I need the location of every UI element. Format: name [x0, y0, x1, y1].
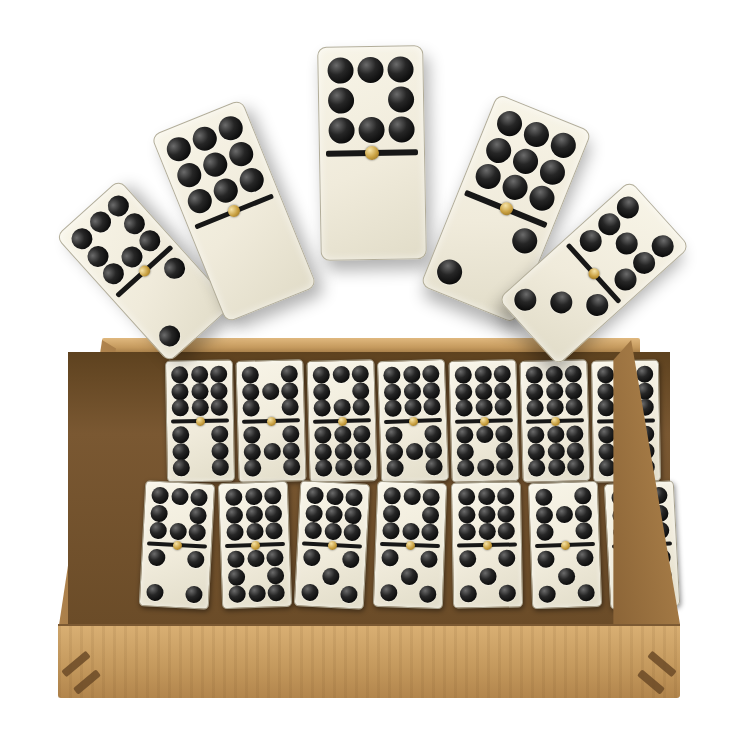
pip [313, 383, 330, 400]
box-front-face [58, 624, 680, 698]
pip [419, 585, 437, 603]
back-row-domino-9-7[interactable] [377, 359, 449, 483]
pip [546, 287, 577, 318]
pip [215, 113, 246, 144]
pip [459, 550, 476, 567]
upper-half-9 [378, 360, 446, 422]
pip [244, 443, 261, 460]
pip [332, 365, 349, 382]
pip [475, 399, 492, 416]
pip [282, 425, 299, 442]
pip [598, 426, 615, 443]
pip [191, 382, 208, 399]
pip [383, 487, 401, 505]
pip [424, 425, 442, 443]
pip [498, 522, 515, 539]
pip [422, 365, 440, 383]
pip [185, 585, 203, 603]
brass-spinner [408, 416, 417, 425]
pip [321, 567, 339, 585]
front-row-domino-7-5[interactable] [527, 481, 601, 609]
pip [457, 460, 474, 477]
pip [386, 443, 404, 461]
domino-8-0[interactable] [317, 45, 427, 261]
pip [210, 382, 227, 399]
pip [567, 459, 584, 476]
pip [566, 425, 583, 442]
pip [191, 399, 208, 416]
upper-half-8 [318, 46, 424, 154]
pip [149, 521, 167, 539]
pip [422, 382, 440, 400]
pip [538, 585, 556, 603]
brass-spinner [250, 540, 259, 549]
front-row-domino-9-5[interactable] [451, 481, 523, 608]
pip [478, 523, 495, 540]
pip [420, 551, 438, 569]
pip [536, 155, 569, 188]
pip [575, 522, 593, 540]
pip [498, 505, 515, 522]
pip [546, 399, 563, 416]
back-row-domino-9-8[interactable] [448, 359, 519, 483]
lower-half-5 [453, 544, 522, 607]
pip [400, 567, 418, 585]
upper-half-8 [376, 482, 446, 546]
pip [387, 57, 413, 83]
pip [266, 567, 284, 585]
pip [247, 585, 265, 603]
pip [498, 550, 515, 567]
pip [210, 399, 227, 416]
pip [547, 442, 564, 459]
upper-half-9 [449, 360, 517, 422]
pip [388, 86, 414, 112]
pip [547, 128, 580, 161]
pip [425, 458, 443, 476]
pip [528, 443, 545, 460]
pip [527, 426, 544, 443]
dominoes-scene [0, 0, 736, 735]
pip [353, 442, 370, 459]
pip [499, 584, 516, 601]
pip [520, 118, 553, 151]
pip [421, 506, 439, 524]
pip [383, 366, 401, 384]
pip [422, 489, 440, 507]
pip [226, 523, 244, 541]
back-row-domino-9-6[interactable] [165, 359, 235, 482]
pip [172, 399, 189, 416]
pip [228, 585, 246, 603]
upper-half-8 [307, 360, 375, 422]
pip [171, 488, 189, 506]
pip [343, 523, 361, 541]
lower-half-7 [380, 420, 448, 482]
pip [306, 487, 324, 505]
front-row-domino-9-5[interactable] [294, 480, 370, 609]
pip [304, 521, 322, 539]
pip [264, 487, 282, 505]
pip [636, 365, 653, 382]
pip [471, 160, 504, 193]
pip [382, 505, 400, 523]
pip [146, 583, 164, 601]
pip [545, 382, 562, 399]
pip [263, 442, 280, 459]
pip [243, 426, 260, 443]
lower-half-5 [531, 544, 601, 608]
pip [210, 365, 227, 382]
pip [456, 400, 473, 417]
pip [598, 399, 615, 416]
pip [281, 382, 298, 399]
pip [281, 399, 298, 416]
pip [224, 489, 242, 507]
pip [495, 425, 512, 442]
pip [327, 58, 353, 84]
upper-half-9 [218, 482, 288, 546]
box-tray [68, 352, 670, 624]
lower-half-9 [522, 420, 590, 482]
pip [352, 399, 369, 416]
pip [404, 399, 422, 417]
pip [456, 426, 473, 443]
pip [315, 460, 332, 477]
pip [242, 383, 259, 400]
pip [357, 57, 383, 83]
brass-spinner [195, 416, 204, 425]
pip [155, 321, 185, 351]
pip [314, 426, 331, 443]
pip [211, 459, 228, 476]
pip [301, 583, 319, 601]
pip [423, 398, 441, 416]
pip [496, 459, 513, 476]
pip [557, 567, 575, 585]
pip [245, 505, 263, 523]
pip [479, 567, 496, 584]
pip [334, 425, 351, 442]
pip [474, 382, 491, 399]
pip [565, 382, 582, 399]
pip [345, 489, 363, 507]
pip [172, 383, 189, 400]
pip [402, 488, 420, 506]
pip [173, 459, 190, 476]
pip [245, 523, 263, 541]
pip [280, 365, 297, 382]
brass-spinner [550, 416, 559, 425]
upper-half-7 [528, 482, 598, 546]
pip [227, 568, 245, 586]
pip [328, 87, 354, 113]
upper-half-9 [452, 482, 521, 545]
lower-half-8 [221, 544, 291, 608]
pip [283, 459, 300, 476]
lower-half-5 [373, 544, 443, 608]
pip [458, 488, 475, 505]
pip [581, 289, 612, 320]
pip [243, 400, 260, 417]
brass-spinner [479, 416, 488, 425]
pip [211, 425, 228, 442]
pip [334, 442, 351, 459]
pip [564, 365, 581, 382]
brass-spinner [266, 416, 275, 425]
pip [598, 383, 615, 400]
brass-spinner [482, 540, 491, 549]
lower-half-8 [451, 420, 519, 482]
pip [385, 400, 403, 418]
pip [482, 133, 515, 166]
pip [528, 460, 545, 477]
brass-spinner [327, 540, 336, 549]
pip [191, 366, 208, 383]
pip [403, 365, 421, 383]
lower-half-0 [320, 152, 426, 260]
back-row-domino-7-7[interactable] [235, 359, 306, 483]
pip [381, 549, 399, 567]
pip [225, 506, 243, 524]
pip [353, 425, 370, 442]
pip [495, 442, 512, 459]
pip [211, 442, 228, 459]
pip [597, 366, 614, 383]
upper-half-7 [236, 360, 304, 422]
pip [151, 487, 169, 505]
pip [494, 382, 511, 399]
pip [244, 460, 261, 477]
pip [150, 504, 168, 522]
pip [226, 551, 244, 569]
pip [474, 365, 491, 382]
pip [424, 442, 442, 460]
pip [246, 550, 264, 568]
pip [261, 382, 278, 399]
pip [267, 584, 285, 602]
pip [536, 551, 554, 569]
pip [340, 585, 358, 603]
pip [459, 585, 476, 602]
upper-half-9 [520, 360, 588, 422]
pip [188, 523, 206, 541]
pip [534, 489, 552, 507]
pip [536, 523, 554, 541]
pip [455, 366, 472, 383]
upper-half-8 [143, 481, 214, 546]
pip [476, 425, 493, 442]
pip [335, 459, 352, 476]
pip [527, 400, 544, 417]
pip [315, 443, 332, 460]
lower-half-9 [309, 420, 377, 482]
lower-half-6 [167, 420, 234, 481]
pip [305, 504, 323, 522]
pip [548, 459, 565, 476]
pip [526, 383, 543, 400]
pip [576, 549, 594, 567]
pip [225, 139, 256, 170]
pip [352, 382, 369, 399]
pip [266, 549, 284, 567]
pip [497, 488, 514, 505]
pip [401, 523, 419, 541]
brass-spinner [172, 540, 181, 549]
pip [174, 159, 205, 190]
pip [577, 584, 595, 602]
pip [236, 165, 267, 196]
pip [187, 551, 205, 569]
pip [282, 442, 299, 459]
pip [328, 117, 354, 143]
pip [477, 459, 494, 476]
pip [342, 551, 360, 569]
pip [190, 489, 208, 507]
pip [169, 522, 187, 540]
pip [379, 584, 397, 602]
pip [381, 522, 399, 540]
wood-grain [58, 626, 680, 698]
front-row-domino-8-4[interactable] [139, 480, 215, 609]
pip [458, 506, 475, 523]
brass-spinner [405, 540, 414, 549]
pip [478, 505, 495, 522]
pip [384, 383, 402, 401]
pip [535, 506, 553, 524]
pip [333, 399, 350, 416]
pip [545, 365, 562, 382]
pip [184, 185, 215, 216]
pip [510, 284, 541, 315]
pip [160, 254, 190, 284]
pip [389, 116, 415, 142]
pip [326, 488, 344, 506]
brass-spinner [337, 416, 346, 425]
back-row-domino-8-9[interactable] [306, 359, 377, 483]
pip [242, 366, 259, 383]
pip [547, 425, 564, 442]
pip [244, 488, 262, 506]
pip [574, 505, 592, 523]
pip [265, 522, 283, 540]
pip [189, 123, 220, 154]
pip [313, 366, 330, 383]
pip [387, 460, 405, 478]
upper-half-9 [298, 481, 369, 546]
pip [493, 107, 526, 140]
pip [433, 255, 466, 288]
pip [325, 505, 343, 523]
pip [478, 488, 495, 505]
back-row-domino-9-9[interactable] [519, 359, 590, 483]
upper-half-9 [166, 360, 233, 421]
front-row-domino-8-5[interactable] [372, 481, 446, 609]
wooden-domino-box [58, 338, 680, 698]
pip [210, 175, 241, 206]
pip [455, 383, 472, 400]
lower-half-7 [238, 420, 306, 482]
pip [264, 505, 282, 523]
pip [172, 426, 189, 443]
pip [574, 487, 592, 505]
brass-spinner [560, 540, 569, 549]
pip [354, 459, 371, 476]
pip [189, 506, 207, 524]
pip [405, 442, 423, 460]
pip [314, 400, 331, 417]
lower-half-4 [140, 543, 211, 608]
pip [494, 399, 511, 416]
front-row-domino-9-8[interactable] [217, 481, 291, 609]
pip [148, 549, 166, 567]
pip [509, 144, 542, 177]
pip [171, 366, 188, 383]
pip [458, 523, 475, 540]
pip [498, 171, 531, 204]
pip [421, 523, 439, 541]
pip [457, 443, 474, 460]
pip [358, 116, 384, 142]
pip [525, 182, 558, 215]
pip [565, 399, 582, 416]
pip [386, 426, 404, 444]
lower-half-5 [295, 543, 366, 608]
pip [566, 442, 583, 459]
pip [493, 365, 510, 382]
pip [173, 443, 190, 460]
pip [351, 365, 368, 382]
pip [344, 506, 362, 524]
pip [555, 505, 573, 523]
pip [403, 382, 421, 400]
pip [508, 223, 541, 256]
pip [324, 522, 342, 540]
pip [526, 366, 543, 383]
pip [200, 149, 231, 180]
pip [163, 133, 194, 164]
pip [303, 549, 321, 567]
